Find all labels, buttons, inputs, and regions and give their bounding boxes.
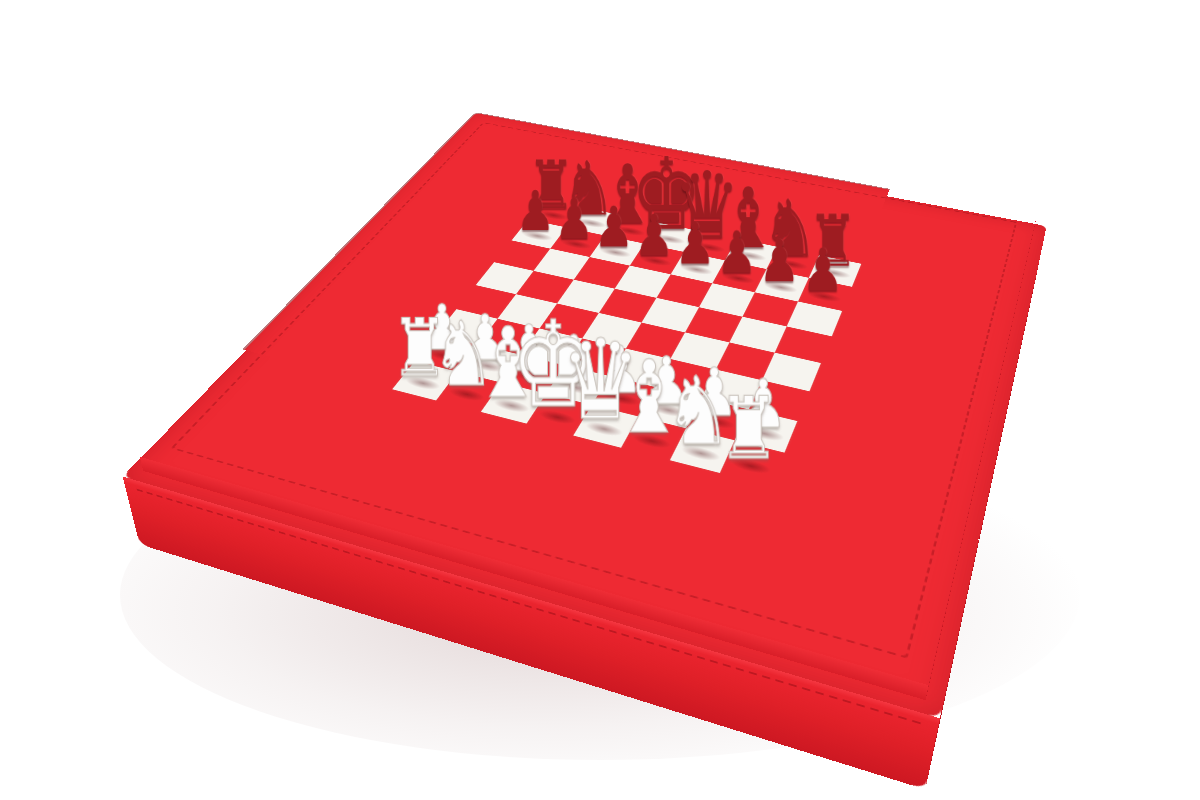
square-a7[interactable]: ♟ xyxy=(798,278,852,311)
piece-red-pawn-e7[interactable]: ♟ xyxy=(634,207,675,264)
piece-red-pawn-d7[interactable]: ♟ xyxy=(675,215,716,272)
piece-red-pawn-b7[interactable]: ♟ xyxy=(759,232,801,290)
piece-red-pawn-g7[interactable]: ♟ xyxy=(555,191,595,247)
square-f6[interactable] xyxy=(574,257,630,289)
square-e6[interactable] xyxy=(615,266,671,298)
square-h6[interactable] xyxy=(494,240,550,270)
piece-red-pawn-f7[interactable]: ♟ xyxy=(594,199,634,255)
piece-red-pawn-a7[interactable]: ♟ xyxy=(802,240,844,299)
piece-red-pawn-c7[interactable]: ♟ xyxy=(716,223,757,281)
product-photo-stage: ♜♞♝♚♛♝♞♜♟♟♟♟♟♟♟♟♟♟♟♟♟♟♟♟♜♞♝♚♛♝♞♜ xyxy=(0,0,1200,800)
piece-red-pawn-h7[interactable]: ♟ xyxy=(516,183,556,238)
piece-white-rook-a1[interactable]: ♜ xyxy=(718,385,780,471)
square-a6[interactable] xyxy=(787,302,842,337)
square-a1[interactable]: ♜ xyxy=(720,440,785,486)
chess-board-grid: ♜♞♝♚♛♝♞♜♟♟♟♟♟♟♟♟♟♟♟♟♟♟♟♟♜♞♝♚♛♝♞♜ xyxy=(392,200,861,486)
square-c5[interactable] xyxy=(685,307,742,342)
